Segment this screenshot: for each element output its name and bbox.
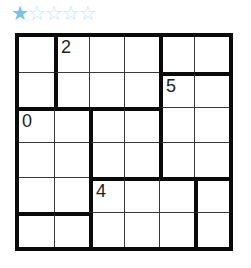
cell-r4c3[interactable]: [124, 177, 159, 212]
star-empty-icon: ☆: [28, 1, 45, 25]
star-empty-icon: ☆: [79, 1, 96, 25]
star-filled-icon: ★: [11, 1, 28, 25]
cell-r0c0[interactable]: [19, 37, 54, 72]
star-empty-icon: ☆: [45, 1, 62, 25]
cell-r5c5[interactable]: [194, 212, 229, 247]
cell-r0c4[interactable]: [159, 37, 194, 72]
cell-r4c0[interactable]: [19, 177, 54, 212]
cell-r5c3[interactable]: [124, 212, 159, 247]
cell-r2c5[interactable]: [194, 107, 229, 142]
cell-r2c4[interactable]: [159, 107, 194, 142]
cell-r2c2[interactable]: [89, 107, 124, 142]
cell-r2c1[interactable]: [54, 107, 89, 142]
cell-r0c2[interactable]: [89, 37, 124, 72]
cell-r0c3[interactable]: [124, 37, 159, 72]
cell-r4c2[interactable]: 4: [89, 177, 124, 212]
region-clue: 0: [22, 112, 32, 131]
cell-r1c1[interactable]: [54, 72, 89, 107]
region-clue: 5: [166, 77, 176, 96]
cell-r4c1[interactable]: [54, 177, 89, 212]
cell-r3c5[interactable]: [194, 142, 229, 177]
cell-r3c0[interactable]: [19, 142, 54, 177]
cell-r0c1[interactable]: 2: [54, 37, 89, 72]
region-clue: 2: [61, 38, 71, 57]
cell-r5c2[interactable]: [89, 212, 124, 247]
cell-r1c3[interactable]: [124, 72, 159, 107]
cell-r4c5[interactable]: [194, 177, 229, 212]
puzzle-board: 2504: [15, 33, 233, 251]
cell-r3c1[interactable]: [54, 142, 89, 177]
cell-r3c3[interactable]: [124, 142, 159, 177]
cell-r4c4[interactable]: [159, 177, 194, 212]
difficulty-rating: ★☆☆☆☆: [11, 1, 96, 25]
cell-r1c0[interactable]: [19, 72, 54, 107]
star-empty-icon: ☆: [62, 1, 79, 25]
cell-r5c4[interactable]: [159, 212, 194, 247]
cell-r0c5[interactable]: [194, 37, 229, 72]
cell-r1c5[interactable]: [194, 72, 229, 107]
cell-r5c0[interactable]: [19, 212, 54, 247]
cell-r3c2[interactable]: [89, 142, 124, 177]
cell-r1c4[interactable]: 5: [159, 72, 194, 107]
cell-r1c2[interactable]: [89, 72, 124, 107]
cell-r2c3[interactable]: [124, 107, 159, 142]
cell-r5c1[interactable]: [54, 212, 89, 247]
cell-r3c4[interactable]: [159, 142, 194, 177]
region-clue: 4: [96, 182, 106, 201]
cell-r2c0[interactable]: 0: [19, 107, 54, 142]
